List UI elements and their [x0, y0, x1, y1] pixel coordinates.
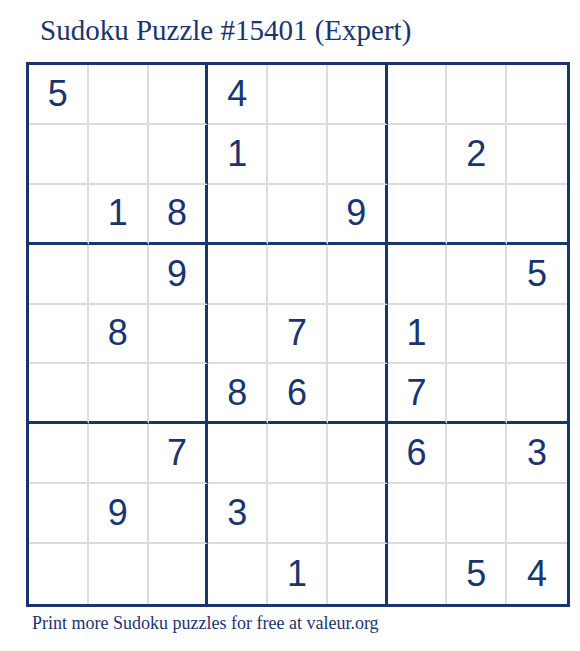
cell-r7c4 [208, 424, 268, 484]
cell-r1c5 [268, 65, 328, 125]
cell-r1c4: 4 [208, 65, 268, 125]
cell-r8c9 [507, 484, 567, 544]
cell-r1c2 [89, 65, 149, 125]
cell-r6c6 [328, 364, 388, 424]
cell-r3c5 [268, 185, 328, 245]
cell-r5c5: 7 [268, 305, 328, 365]
cell-r2c9 [507, 125, 567, 185]
cell-r4c2 [89, 245, 149, 305]
cell-r5c6 [328, 305, 388, 365]
cell-r5c2: 8 [89, 305, 149, 365]
cell-r7c3: 7 [149, 424, 209, 484]
cell-r6c3 [149, 364, 209, 424]
cell-r2c5 [268, 125, 328, 185]
cell-r7c9: 3 [507, 424, 567, 484]
cell-r8c1 [29, 484, 89, 544]
cell-r2c1 [29, 125, 89, 185]
cell-r4c4 [208, 245, 268, 305]
cell-r2c3 [149, 125, 209, 185]
cell-r6c9 [507, 364, 567, 424]
cell-r8c8 [447, 484, 507, 544]
cell-r8c5 [268, 484, 328, 544]
cell-r2c4: 1 [208, 125, 268, 185]
cell-r3c3: 8 [149, 185, 209, 245]
cell-r7c8 [447, 424, 507, 484]
cell-r5c4 [208, 305, 268, 365]
cell-r9c1 [29, 544, 89, 604]
cell-r2c2 [89, 125, 149, 185]
cell-r6c4: 8 [208, 364, 268, 424]
cell-r3c2: 1 [89, 185, 149, 245]
footer-text: Print more Sudoku puzzles for free at va… [32, 613, 379, 634]
cell-r3c6: 9 [328, 185, 388, 245]
cell-r5c9 [507, 305, 567, 365]
cell-r8c4: 3 [208, 484, 268, 544]
cell-r4c9: 5 [507, 245, 567, 305]
cell-r4c5 [268, 245, 328, 305]
cell-r7c5 [268, 424, 328, 484]
cell-r1c7 [388, 65, 448, 125]
cell-r6c1 [29, 364, 89, 424]
cell-r3c4 [208, 185, 268, 245]
cell-r9c5: 1 [268, 544, 328, 604]
cell-r9c6 [328, 544, 388, 604]
cell-r6c2 [89, 364, 149, 424]
cell-r7c1 [29, 424, 89, 484]
cell-r7c6 [328, 424, 388, 484]
cell-r9c8: 5 [447, 544, 507, 604]
cell-r2c6 [328, 125, 388, 185]
cell-r7c2 [89, 424, 149, 484]
cell-r9c7 [388, 544, 448, 604]
cell-r2c7 [388, 125, 448, 185]
cell-r4c1 [29, 245, 89, 305]
cell-r4c6 [328, 245, 388, 305]
cell-r4c3: 9 [149, 245, 209, 305]
cell-r7c7: 6 [388, 424, 448, 484]
cell-r1c8 [447, 65, 507, 125]
cell-r6c7: 7 [388, 364, 448, 424]
cell-r9c9: 4 [507, 544, 567, 604]
cell-r8c7 [388, 484, 448, 544]
cell-r3c9 [507, 185, 567, 245]
cell-r8c6 [328, 484, 388, 544]
cell-r1c3 [149, 65, 209, 125]
cell-r1c9 [507, 65, 567, 125]
cell-r4c8 [447, 245, 507, 305]
cell-r3c8 [447, 185, 507, 245]
cell-r9c2 [89, 544, 149, 604]
cell-r5c1 [29, 305, 89, 365]
cell-r9c3 [149, 544, 209, 604]
cell-r1c6 [328, 65, 388, 125]
cell-r1c1: 5 [29, 65, 89, 125]
cell-r5c8 [447, 305, 507, 365]
cell-r5c7: 1 [388, 305, 448, 365]
sudoku-grid: 54121899587186776393154 [26, 62, 570, 607]
cell-r5c3 [149, 305, 209, 365]
cell-r3c1 [29, 185, 89, 245]
cell-r2c8: 2 [447, 125, 507, 185]
cell-r4c7 [388, 245, 448, 305]
cell-r8c3 [149, 484, 209, 544]
cell-r6c5: 6 [268, 364, 328, 424]
page-title: Sudoku Puzzle #15401 (Expert) [40, 15, 411, 47]
cell-r6c8 [447, 364, 507, 424]
cell-r9c4 [208, 544, 268, 604]
cell-r8c2: 9 [89, 484, 149, 544]
cell-r3c7 [388, 185, 448, 245]
